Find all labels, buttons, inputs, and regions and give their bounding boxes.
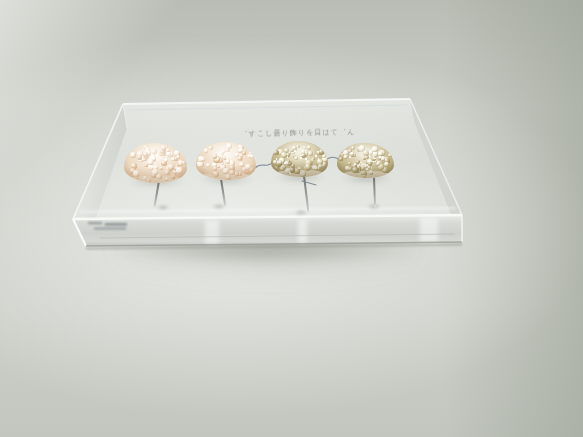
cluster-shadow <box>275 172 325 183</box>
earring-stud-1 <box>0 0 583 437</box>
post-contact-shadow <box>212 204 226 209</box>
earring-post <box>303 176 309 213</box>
bead-cluster <box>124 143 187 183</box>
post-contact-shadow <box>156 205 170 210</box>
earring-post <box>220 179 226 207</box>
cluster-shadow <box>200 174 253 185</box>
product-photo: ゛すこし曇り飾りを目はて゛ん <box>0 0 583 437</box>
bead-cluster <box>271 141 328 177</box>
earring-post <box>373 177 376 207</box>
bead-cluster <box>337 143 394 178</box>
bead-cluster <box>196 142 256 180</box>
cluster-shadow <box>341 173 391 184</box>
earring-stud-4 <box>0 0 583 437</box>
post-contact-shadow <box>294 210 308 215</box>
earring-stud-2 <box>0 0 583 437</box>
earring-stud-3 <box>0 0 583 437</box>
post-contact-shadow <box>367 204 381 209</box>
cluster-shadow <box>129 176 184 187</box>
earring-post <box>153 181 159 208</box>
earrings-row <box>0 0 583 437</box>
